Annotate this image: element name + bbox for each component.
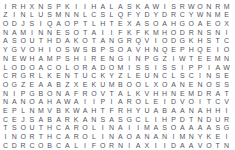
grid-cell[interactable]: R: [107, 142, 116, 150]
grid-cell[interactable]: A: [36, 55, 45, 64]
grid-cell[interactable]: T: [81, 20, 90, 29]
grid-cell[interactable]: E: [10, 55, 19, 64]
grid-cell[interactable]: I: [178, 64, 187, 73]
grid-cell[interactable]: H: [160, 29, 169, 38]
grid-cell[interactable]: R: [116, 107, 125, 116]
grid-cell[interactable]: T: [36, 37, 45, 46]
grid-cell[interactable]: C: [134, 116, 143, 125]
grid-cell[interactable]: G: [178, 20, 187, 29]
grid-cell[interactable]: O: [196, 3, 205, 12]
grid-cell[interactable]: L: [125, 90, 134, 99]
grid-cell[interactable]: P: [54, 55, 63, 64]
grid-cell[interactable]: A: [204, 124, 213, 133]
grid-cell[interactable]: X: [222, 20, 231, 29]
grid-cell[interactable]: N: [160, 133, 169, 142]
grid-cell[interactable]: N: [63, 11, 72, 20]
grid-cell[interactable]: V: [143, 90, 152, 99]
grid-cell[interactable]: L: [143, 116, 152, 125]
grid-cell[interactable]: K: [72, 116, 81, 125]
grid-cell[interactable]: X: [72, 81, 81, 90]
grid-cell[interactable]: P: [187, 64, 196, 73]
grid-cell[interactable]: G: [10, 46, 19, 55]
grid-cell[interactable]: D: [19, 64, 28, 73]
grid-cell[interactable]: S: [160, 64, 169, 73]
grid-cell[interactable]: I: [196, 72, 205, 81]
grid-cell[interactable]: R: [72, 133, 81, 142]
grid-cell[interactable]: V: [143, 37, 152, 46]
grid-cell[interactable]: R: [169, 11, 178, 20]
grid-cell[interactable]: I: [222, 107, 231, 116]
grid-cell[interactable]: H: [160, 116, 169, 125]
grid-cell[interactable]: F: [134, 29, 143, 38]
grid-cell[interactable]: A: [151, 133, 160, 142]
grid-cell[interactable]: S: [143, 64, 152, 73]
grid-cell[interactable]: N: [187, 133, 196, 142]
grid-cell[interactable]: H: [19, 3, 28, 12]
grid-cell[interactable]: K: [98, 72, 107, 81]
grid-cell[interactable]: S: [143, 20, 152, 29]
grid-cell[interactable]: L: [143, 81, 152, 90]
grid-cell[interactable]: N: [213, 29, 222, 38]
grid-cell[interactable]: W: [72, 46, 81, 55]
grid-cell[interactable]: G: [116, 55, 125, 64]
grid-cell[interactable]: O: [81, 37, 90, 46]
grid-cell[interactable]: N: [89, 116, 98, 125]
grid-cell[interactable]: L: [36, 72, 45, 81]
grid-cell[interactable]: A: [151, 107, 160, 116]
grid-cell[interactable]: D: [178, 29, 187, 38]
grid-cell[interactable]: C: [54, 133, 63, 142]
grid-cell[interactable]: Q: [134, 37, 143, 46]
grid-cell[interactable]: N: [107, 133, 116, 142]
grid-cell[interactable]: R: [125, 98, 134, 107]
grid-cell[interactable]: A: [213, 90, 222, 99]
grid-cell[interactable]: H: [28, 55, 37, 64]
grid-cell[interactable]: T: [107, 20, 116, 29]
grid-cell[interactable]: W: [187, 3, 196, 12]
grid-cell[interactable]: E: [151, 98, 160, 107]
grid-cell[interactable]: A: [169, 107, 178, 116]
grid-cell[interactable]: N: [134, 55, 143, 64]
grid-cell[interactable]: A: [187, 142, 196, 150]
grid-cell[interactable]: T: [81, 29, 90, 38]
grid-cell[interactable]: V: [178, 98, 187, 107]
grid-cell[interactable]: R: [89, 55, 98, 64]
grid-cell[interactable]: R: [204, 90, 213, 99]
grid-cell[interactable]: E: [169, 46, 178, 55]
grid-cell[interactable]: K: [134, 90, 143, 99]
grid-cell[interactable]: Z: [160, 55, 169, 64]
grid-cell[interactable]: I: [28, 29, 37, 38]
grid-cell[interactable]: O: [63, 20, 72, 29]
grid-cell[interactable]: A: [63, 142, 72, 150]
grid-cell[interactable]: R: [187, 29, 196, 38]
grid-cell[interactable]: A: [89, 29, 98, 38]
grid-cell[interactable]: H: [45, 124, 54, 133]
grid-cell[interactable]: H: [36, 46, 45, 55]
grid-cell[interactable]: N: [63, 72, 72, 81]
grid-cell[interactable]: A: [63, 37, 72, 46]
grid-cell[interactable]: N: [54, 90, 63, 99]
grid-cell[interactable]: I: [125, 124, 134, 133]
grid-cell[interactable]: N: [107, 37, 116, 46]
grid-cell[interactable]: A: [187, 124, 196, 133]
grid-cell[interactable]: A: [54, 116, 63, 125]
grid-cell[interactable]: L: [143, 98, 152, 107]
grid-cell[interactable]: M: [187, 90, 196, 99]
grid-cell[interactable]: O: [134, 98, 143, 107]
grid-cell[interactable]: H: [98, 20, 107, 29]
grid-cell[interactable]: H: [45, 37, 54, 46]
grid-cell[interactable]: H: [196, 37, 205, 46]
grid-cell[interactable]: S: [169, 3, 178, 12]
grid-cell[interactable]: M: [213, 55, 222, 64]
grid-cell[interactable]: C: [187, 72, 196, 81]
grid-cell[interactable]: O: [54, 64, 63, 73]
grid-cell[interactable]: N: [28, 107, 37, 116]
grid-cell[interactable]: T: [98, 107, 107, 116]
grid-cell[interactable]: G: [10, 81, 19, 90]
grid-cell[interactable]: R: [63, 116, 72, 125]
grid-cell[interactable]: G: [28, 90, 37, 99]
grid-cell[interactable]: M: [45, 55, 54, 64]
grid-cell[interactable]: K: [134, 3, 143, 12]
grid-cell[interactable]: D: [143, 11, 152, 20]
grid-cell[interactable]: N: [204, 3, 213, 12]
grid-cell[interactable]: F: [107, 107, 116, 116]
grid-cell[interactable]: A: [116, 98, 125, 107]
grid-cell[interactable]: L: [72, 142, 81, 150]
grid-cell[interactable]: S: [10, 37, 19, 46]
grid-cell[interactable]: N: [196, 29, 205, 38]
grid-cell[interactable]: A: [178, 124, 187, 133]
grid-cell[interactable]: H: [45, 98, 54, 107]
grid-cell[interactable]: I: [213, 46, 222, 55]
grid-cell[interactable]: P: [10, 107, 19, 116]
grid-cell[interactable]: A: [63, 133, 72, 142]
grid-cell[interactable]: A: [160, 20, 169, 29]
grid-cell[interactable]: Q: [196, 46, 205, 55]
grid-cell[interactable]: C: [1, 116, 10, 125]
grid-cell[interactable]: O: [213, 20, 222, 29]
grid-cell[interactable]: V: [45, 107, 54, 116]
grid-cell[interactable]: A: [196, 124, 205, 133]
grid-cell[interactable]: E: [10, 116, 19, 125]
grid-cell[interactable]: W: [222, 64, 231, 73]
grid-cell[interactable]: U: [81, 72, 90, 81]
grid-cell[interactable]: I: [45, 46, 54, 55]
grid-cell[interactable]: A: [10, 98, 19, 107]
grid-cell[interactable]: A: [81, 116, 90, 125]
grid-cell[interactable]: R: [213, 3, 222, 12]
grid-cell[interactable]: A: [81, 107, 90, 116]
grid-cell[interactable]: M: [143, 124, 152, 133]
grid-cell[interactable]: H: [160, 90, 169, 99]
grid-cell[interactable]: S: [98, 11, 107, 20]
grid-cell[interactable]: I: [98, 124, 107, 133]
grid-cell[interactable]: K: [89, 81, 98, 90]
grid-cell[interactable]: I: [107, 29, 116, 38]
grid-cell[interactable]: L: [81, 11, 90, 20]
grid-cell[interactable]: K: [45, 72, 54, 81]
grid-cell[interactable]: O: [204, 142, 213, 150]
grid-cell[interactable]: Y: [134, 11, 143, 20]
grid-cell[interactable]: H: [125, 107, 134, 116]
grid-cell[interactable]: H: [89, 107, 98, 116]
grid-cell[interactable]: P: [178, 46, 187, 55]
grid-cell[interactable]: O: [81, 133, 90, 142]
grid-cell[interactable]: T: [204, 98, 213, 107]
grid-cell[interactable]: T: [107, 90, 116, 99]
grid-cell[interactable]: N: [1, 55, 10, 64]
grid-cell[interactable]: O: [134, 81, 143, 90]
grid-cell[interactable]: I: [151, 116, 160, 125]
grid-cell[interactable]: M: [178, 133, 187, 142]
grid-cell[interactable]: A: [1, 37, 10, 46]
grid-cell[interactable]: A: [89, 64, 98, 73]
grid-cell[interactable]: M: [19, 29, 28, 38]
grid-cell[interactable]: P: [98, 98, 107, 107]
grid-cell[interactable]: K: [187, 37, 196, 46]
grid-cell[interactable]: Q: [160, 46, 169, 55]
grid-cell[interactable]: S: [45, 11, 54, 20]
grid-cell[interactable]: S: [28, 20, 37, 29]
grid-cell[interactable]: R: [19, 142, 28, 150]
grid-cell[interactable]: I: [160, 142, 169, 150]
grid-cell[interactable]: U: [213, 116, 222, 125]
grid-cell[interactable]: J: [19, 20, 28, 29]
grid-cell[interactable]: S: [107, 46, 116, 55]
grid-cell[interactable]: W: [151, 3, 160, 12]
grid-cell[interactable]: R: [81, 90, 90, 99]
grid-cell[interactable]: M: [54, 11, 63, 20]
grid-cell[interactable]: H: [151, 90, 160, 99]
grid-cell[interactable]: L: [28, 11, 37, 20]
grid-cell[interactable]: D: [196, 90, 205, 99]
grid-cell[interactable]: T: [222, 90, 231, 99]
grid-cell[interactable]: Q: [45, 20, 54, 29]
grid-cell[interactable]: S: [63, 46, 72, 55]
grid-cell[interactable]: I: [222, 133, 231, 142]
grid-cell[interactable]: S: [204, 37, 213, 46]
grid-cell[interactable]: O: [1, 81, 10, 90]
grid-cell[interactable]: I: [10, 11, 19, 20]
grid-cell[interactable]: M: [213, 11, 222, 20]
grid-cell[interactable]: I: [196, 98, 205, 107]
grid-cell[interactable]: O: [98, 142, 107, 150]
grid-cell[interactable]: S: [125, 3, 134, 12]
grid-cell[interactable]: U: [98, 81, 107, 90]
grid-cell[interactable]: L: [125, 72, 134, 81]
grid-cell[interactable]: F: [125, 11, 134, 20]
grid-cell[interactable]: E: [1, 107, 10, 116]
grid-cell[interactable]: N: [1, 29, 10, 38]
grid-cell[interactable]: D: [98, 64, 107, 73]
grid-cell[interactable]: I: [1, 133, 10, 142]
grid-cell[interactable]: P: [169, 116, 178, 125]
grid-cell[interactable]: G: [178, 37, 187, 46]
grid-cell[interactable]: A: [54, 20, 63, 29]
grid-cell[interactable]: T: [36, 133, 45, 142]
grid-cell[interactable]: P: [196, 64, 205, 73]
grid-cell[interactable]: S: [160, 124, 169, 133]
grid-cell[interactable]: A: [178, 142, 187, 150]
grid-cell[interactable]: A: [178, 107, 187, 116]
grid-cell[interactable]: A: [36, 81, 45, 90]
grid-cell[interactable]: F: [89, 142, 98, 150]
grid-cell[interactable]: F: [116, 29, 125, 38]
grid-cell[interactable]: S: [213, 81, 222, 90]
grid-cell[interactable]: S: [213, 124, 222, 133]
grid-cell[interactable]: N: [196, 116, 205, 125]
grid-cell[interactable]: L: [63, 64, 72, 73]
grid-cell[interactable]: H: [143, 46, 152, 55]
grid-cell[interactable]: S: [28, 116, 37, 125]
grid-cell[interactable]: I: [72, 3, 81, 12]
grid-cell[interactable]: A: [36, 98, 45, 107]
grid-cell[interactable]: B: [45, 116, 54, 125]
grid-cell[interactable]: P: [98, 46, 107, 55]
grid-cell[interactable]: A: [196, 20, 205, 29]
grid-cell[interactable]: T: [72, 72, 81, 81]
grid-cell[interactable]: P: [72, 20, 81, 29]
grid-cell[interactable]: N: [107, 124, 116, 133]
grid-cell[interactable]: S: [63, 29, 72, 38]
grid-cell[interactable]: Y: [196, 133, 205, 142]
grid-cell[interactable]: I: [169, 55, 178, 64]
grid-cell[interactable]: N: [36, 3, 45, 12]
grid-cell[interactable]: O: [1, 20, 10, 29]
grid-cell[interactable]: O: [187, 20, 196, 29]
grid-cell[interactable]: I: [81, 98, 90, 107]
grid-cell[interactable]: E: [54, 72, 63, 81]
grid-cell[interactable]: Y: [134, 107, 143, 116]
grid-cell[interactable]: H: [89, 3, 98, 12]
grid-cell[interactable]: A: [72, 98, 81, 107]
grid-cell[interactable]: O: [160, 37, 169, 46]
grid-cell[interactable]: B: [89, 46, 98, 55]
grid-cell[interactable]: A: [63, 124, 72, 133]
grid-cell[interactable]: B: [160, 107, 169, 116]
grid-cell[interactable]: E: [81, 81, 90, 90]
grid-cell[interactable]: A: [196, 107, 205, 116]
grid-cell[interactable]: N: [143, 133, 152, 142]
grid-cell[interactable]: S: [81, 46, 90, 55]
grid-cell[interactable]: Y: [187, 11, 196, 20]
grid-cell[interactable]: N: [1, 98, 10, 107]
grid-cell[interactable]: N: [187, 107, 196, 116]
grid-cell[interactable]: Q: [116, 11, 125, 20]
grid-cell[interactable]: C: [54, 124, 63, 133]
grid-cell[interactable]: L: [19, 107, 28, 116]
grid-cell[interactable]: B: [54, 107, 63, 116]
grid-cell[interactable]: O: [116, 46, 125, 55]
grid-cell[interactable]: S: [204, 29, 213, 38]
grid-cell[interactable]: I: [125, 64, 134, 73]
grid-cell[interactable]: W: [178, 55, 187, 64]
grid-cell[interactable]: U: [28, 37, 37, 46]
grid-cell[interactable]: A: [151, 124, 160, 133]
grid-cell[interactable]: I: [160, 98, 169, 107]
grid-cell[interactable]: I: [125, 55, 134, 64]
grid-cell[interactable]: T: [187, 116, 196, 125]
grid-cell[interactable]: B: [45, 142, 54, 150]
grid-cell[interactable]: A: [54, 98, 63, 107]
grid-cell[interactable]: I: [151, 37, 160, 46]
grid-cell[interactable]: V: [196, 142, 205, 150]
grid-cell[interactable]: M: [107, 81, 116, 90]
grid-cell[interactable]: A: [36, 116, 45, 125]
grid-cell[interactable]: M: [116, 64, 125, 73]
grid-cell[interactable]: Y: [1, 46, 10, 55]
grid-cell[interactable]: E: [204, 55, 213, 64]
grid-cell[interactable]: E: [116, 20, 125, 29]
grid-cell[interactable]: M: [151, 29, 160, 38]
grid-cell[interactable]: D: [10, 20, 19, 29]
grid-cell[interactable]: O: [19, 133, 28, 142]
grid-cell[interactable]: P: [54, 3, 63, 12]
grid-cell[interactable]: A: [116, 90, 125, 99]
grid-cell[interactable]: L: [169, 72, 178, 81]
grid-cell[interactable]: Z: [116, 72, 125, 81]
grid-cell[interactable]: A: [98, 37, 107, 46]
grid-cell[interactable]: E: [134, 72, 143, 81]
grid-cell[interactable]: E: [213, 133, 222, 142]
grid-cell[interactable]: F: [72, 90, 81, 99]
grid-cell[interactable]: N: [196, 81, 205, 90]
grid-cell[interactable]: A: [10, 29, 19, 38]
grid-cell[interactable]: C: [54, 142, 63, 150]
grid-cell[interactable]: O: [28, 64, 37, 73]
grid-cell[interactable]: I: [89, 98, 98, 107]
grid-cell[interactable]: D: [204, 116, 213, 125]
grid-cell[interactable]: D: [160, 11, 169, 20]
grid-cell[interactable]: C: [1, 142, 10, 150]
grid-cell[interactable]: A: [98, 3, 107, 12]
grid-cell[interactable]: I: [222, 29, 231, 38]
grid-cell[interactable]: V: [98, 90, 107, 99]
grid-cell[interactable]: O: [151, 20, 160, 29]
grid-cell[interactable]: L: [89, 133, 98, 142]
grid-cell[interactable]: D: [178, 116, 187, 125]
grid-cell[interactable]: P: [19, 90, 28, 99]
grid-cell[interactable]: S: [45, 3, 54, 12]
grid-cell[interactable]: S: [222, 81, 231, 90]
grid-cell[interactable]: L: [89, 124, 98, 133]
grid-cell[interactable]: L: [107, 11, 116, 20]
grid-cell[interactable]: I: [204, 64, 213, 73]
grid-cell[interactable]: I: [151, 64, 160, 73]
grid-cell[interactable]: O: [89, 90, 98, 99]
grid-cell[interactable]: W: [19, 55, 28, 64]
grid-cell[interactable]: V: [222, 98, 231, 107]
grid-cell[interactable]: C: [160, 72, 169, 81]
grid-cell[interactable]: C: [1, 72, 10, 81]
grid-cell[interactable]: P: [143, 55, 152, 64]
grid-cell[interactable]: K: [125, 29, 134, 38]
grid-cell[interactable]: O: [169, 29, 178, 38]
grid-cell[interactable]: C: [213, 98, 222, 107]
grid-cell[interactable]: O: [72, 64, 81, 73]
grid-cell[interactable]: I: [98, 29, 107, 38]
grid-cell[interactable]: I: [134, 124, 143, 133]
grid-cell[interactable]: E: [178, 90, 187, 99]
grid-cell[interactable]: V: [19, 46, 28, 55]
grid-cell[interactable]: A: [36, 64, 45, 73]
grid-cell[interactable]: C: [89, 72, 98, 81]
grid-cell[interactable]: W: [63, 98, 72, 107]
grid-cell[interactable]: T: [213, 37, 222, 46]
